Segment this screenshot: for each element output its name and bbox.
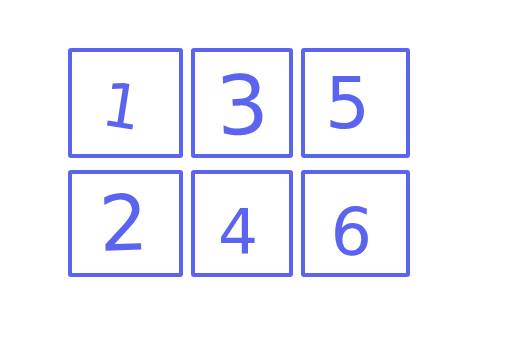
cell-digit: 4 [218,201,258,264]
cell-digit: 5 [325,68,370,139]
number-grid-board: 1 3 5 2 4 6 [68,48,410,277]
grid-cell-r1c1: 1 [68,48,183,158]
cell-digit: 3 [214,64,270,149]
cell-digit: 2 [98,184,150,263]
grid-cell-r2c2: 4 [191,170,293,277]
grid-cell-r2c3: 6 [301,170,410,277]
grid-cell-r2c1: 2 [68,170,183,277]
drawing-canvas: 1 3 5 2 4 6 [0,0,512,340]
cell-digit: 6 [328,198,375,267]
grid-cell-r1c3: 5 [301,48,410,158]
cell-digit: 1 [98,72,146,138]
grid-cell-r1c2: 3 [191,48,293,158]
